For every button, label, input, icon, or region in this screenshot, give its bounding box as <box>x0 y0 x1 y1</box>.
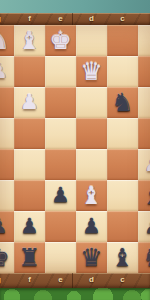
file-label-f: f <box>14 13 45 25</box>
square-c5[interactable] <box>107 149 138 180</box>
file-label-d: d <box>76 13 107 25</box>
piece-black-pawn[interactable]: ♟ <box>45 180 76 211</box>
file-label-f: f <box>14 273 45 286</box>
chess-app-screen: hgfedcba ♞♝♚♟♛♟♞♟♟♝♝♟♟♟♟♚♜♛♝♞ hgfedcba <box>0 0 150 300</box>
square-f3[interactable]: ♟ <box>14 87 45 118</box>
piece-black-knight[interactable]: ♞ <box>138 242 150 273</box>
square-f6[interactable] <box>14 180 45 211</box>
piece-white-knight[interactable]: ♞ <box>0 25 14 56</box>
piece-white-pawn[interactable]: ♟ <box>138 149 150 180</box>
file-label-g: g <box>0 273 14 286</box>
piece-black-king[interactable]: ♚ <box>0 242 14 273</box>
square-e4[interactable] <box>45 118 76 149</box>
square-e7[interactable] <box>45 211 76 242</box>
square-c6[interactable] <box>107 180 138 211</box>
square-c7[interactable] <box>107 211 138 242</box>
square-d2[interactable]: ♛ <box>76 56 107 87</box>
square-d4[interactable] <box>76 118 107 149</box>
square-f5[interactable] <box>14 149 45 180</box>
file-label-c: c <box>107 13 138 25</box>
square-c8[interactable]: ♝ <box>107 242 138 273</box>
square-b2[interactable] <box>138 56 150 87</box>
piece-black-rook[interactable]: ♜ <box>14 242 45 273</box>
board-frame-bottom: hgfedcba <box>0 273 150 288</box>
square-f1[interactable]: ♝ <box>14 25 45 56</box>
square-f8[interactable]: ♜ <box>14 242 45 273</box>
square-e1[interactable]: ♚ <box>45 25 76 56</box>
square-g1[interactable]: ♞ <box>0 25 14 56</box>
square-g5[interactable] <box>0 149 14 180</box>
piece-white-pawn[interactable]: ♟ <box>14 87 45 118</box>
grass-background <box>0 288 150 300</box>
square-e2[interactable] <box>45 56 76 87</box>
square-b3[interactable] <box>138 87 150 118</box>
piece-white-pawn[interactable]: ♟ <box>0 56 14 87</box>
square-g7[interactable]: ♟ <box>0 211 14 242</box>
square-g2[interactable]: ♟ <box>0 56 14 87</box>
piece-white-bishop[interactable]: ♝ <box>76 180 107 211</box>
square-c4[interactable] <box>107 118 138 149</box>
board-frame-top: hgfedcba <box>0 13 150 25</box>
piece-black-knight[interactable]: ♞ <box>107 87 138 118</box>
square-b5[interactable]: ♟ <box>138 149 150 180</box>
piece-white-king[interactable]: ♚ <box>45 25 76 56</box>
square-c2[interactable] <box>107 56 138 87</box>
piece-black-bishop[interactable]: ♝ <box>107 242 138 273</box>
square-g4[interactable] <box>0 118 14 149</box>
table-background <box>0 0 150 14</box>
square-e3[interactable] <box>45 87 76 118</box>
square-f4[interactable] <box>14 118 45 149</box>
square-e5[interactable] <box>45 149 76 180</box>
piece-white-bishop[interactable]: ♝ <box>14 25 45 56</box>
square-b6[interactable]: ♝ <box>138 180 150 211</box>
square-e8[interactable] <box>45 242 76 273</box>
file-label-d: d <box>76 273 107 286</box>
square-c3[interactable]: ♞ <box>107 87 138 118</box>
square-d3[interactable] <box>76 87 107 118</box>
chess-board[interactable]: ♞♝♚♟♛♟♞♟♟♝♝♟♟♟♟♚♜♛♝♞ <box>0 25 150 273</box>
file-label-c: c <box>107 273 138 286</box>
square-b4[interactable] <box>138 118 150 149</box>
square-b7[interactable]: ♟ <box>138 211 150 242</box>
square-g3[interactable] <box>0 87 14 118</box>
square-d8[interactable]: ♛ <box>76 242 107 273</box>
piece-black-pawn[interactable]: ♟ <box>138 211 150 242</box>
piece-black-pawn[interactable]: ♟ <box>76 211 107 242</box>
piece-black-pawn[interactable]: ♟ <box>0 211 14 242</box>
file-label-g: g <box>0 13 14 25</box>
file-label-b: b <box>138 273 150 286</box>
square-d1[interactable] <box>76 25 107 56</box>
square-f2[interactable] <box>14 56 45 87</box>
square-g6[interactable] <box>0 180 14 211</box>
piece-black-bishop[interactable]: ♝ <box>138 180 150 211</box>
file-label-e: e <box>45 13 76 25</box>
square-d6[interactable]: ♝ <box>76 180 107 211</box>
piece-white-queen[interactable]: ♛ <box>76 56 107 87</box>
square-d7[interactable]: ♟ <box>76 211 107 242</box>
square-f7[interactable]: ♟ <box>14 211 45 242</box>
square-g8[interactable]: ♚ <box>0 242 14 273</box>
square-c1[interactable] <box>107 25 138 56</box>
piece-black-pawn[interactable]: ♟ <box>14 211 45 242</box>
piece-black-queen[interactable]: ♛ <box>76 242 107 273</box>
square-b1[interactable] <box>138 25 150 56</box>
file-label-e: e <box>45 273 76 286</box>
square-d5[interactable] <box>76 149 107 180</box>
square-e6[interactable]: ♟ <box>45 180 76 211</box>
file-label-b: b <box>138 13 150 25</box>
square-b8[interactable]: ♞ <box>138 242 150 273</box>
